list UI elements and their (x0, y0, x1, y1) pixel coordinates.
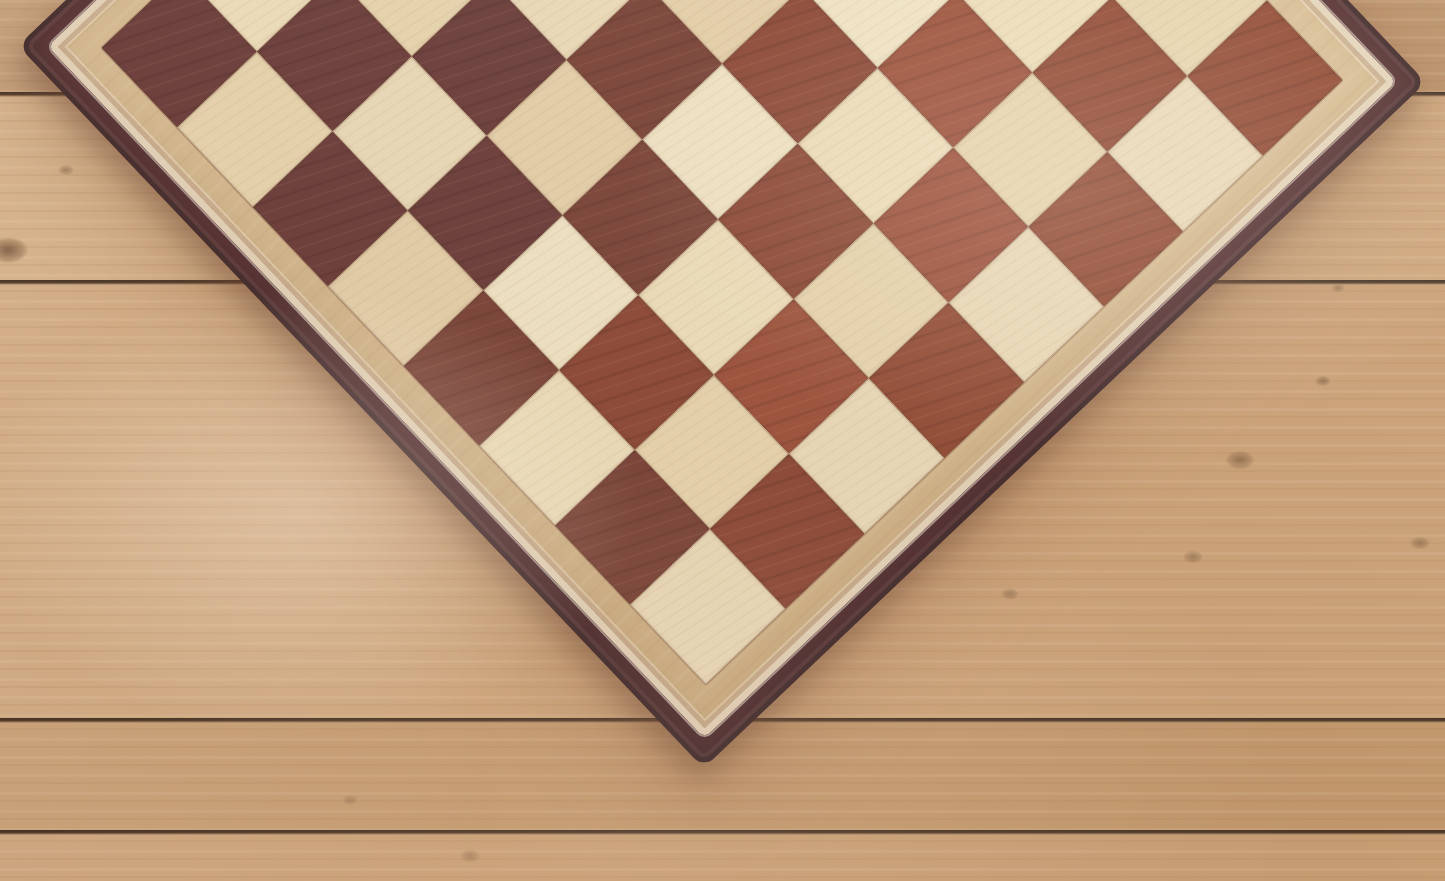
photo-scene (0, 0, 1445, 881)
table-plank-5 (0, 832, 1445, 881)
plank-seam (0, 830, 1445, 835)
